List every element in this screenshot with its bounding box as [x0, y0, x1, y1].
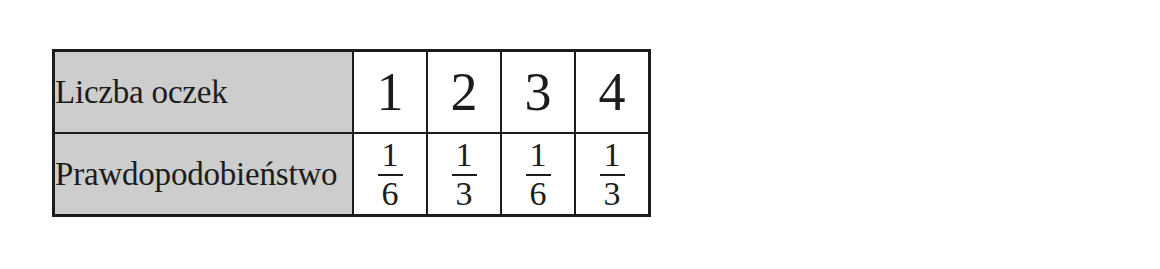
- page-canvas: Liczba oczek 1 2 3 4 Prawdopodobieństwo …: [0, 0, 1160, 269]
- fraction-1-denominator: 6: [378, 176, 403, 210]
- table-row-probabilities: Prawdopodobieństwo 1 6 1 3 1: [54, 133, 650, 216]
- outcome-cell-1: 1: [353, 51, 427, 134]
- outcome-cell-2: 2: [427, 51, 501, 134]
- fraction-2: 1 3: [452, 139, 477, 210]
- fraction-3-numerator: 1: [526, 139, 551, 176]
- fraction-1-numerator: 1: [378, 139, 403, 176]
- fraction-2-numerator: 1: [452, 139, 477, 176]
- probability-table: Liczba oczek 1 2 3 4 Prawdopodobieństwo …: [52, 49, 651, 217]
- fraction-2-denominator: 3: [452, 176, 477, 210]
- fraction-1: 1 6: [378, 139, 403, 210]
- table-row-outcomes: Liczba oczek 1 2 3 4: [54, 51, 650, 134]
- probability-cell-1: 1 6: [353, 133, 427, 216]
- fraction-4-denominator: 3: [600, 176, 625, 210]
- row-header-probabilities: Prawdopodobieństwo: [54, 133, 354, 216]
- fraction-4-numerator: 1: [600, 139, 625, 176]
- fraction-3-denominator: 6: [526, 176, 551, 210]
- probability-cell-2: 1 3: [427, 133, 501, 216]
- row-header-outcomes: Liczba oczek: [54, 51, 354, 134]
- outcome-cell-3: 3: [501, 51, 575, 134]
- fraction-3: 1 6: [526, 139, 551, 210]
- fraction-4: 1 3: [600, 139, 625, 210]
- probability-cell-3: 1 6: [501, 133, 575, 216]
- outcome-cell-4: 4: [575, 51, 650, 134]
- probability-cell-4: 1 3: [575, 133, 650, 216]
